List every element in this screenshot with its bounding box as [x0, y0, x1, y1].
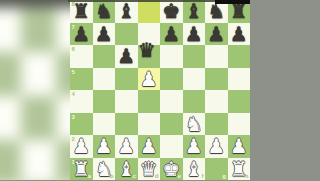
black-pawn[interactable]: ♟ [228, 23, 251, 46]
square-c4[interactable] [115, 90, 138, 113]
square-e5[interactable] [160, 68, 183, 91]
square-h5[interactable] [228, 68, 251, 91]
black-queen[interactable]: ♛ [136, 39, 159, 62]
white-pawn[interactable]: ♟ [228, 135, 251, 158]
square-f4[interactable] [183, 90, 206, 113]
black-pawn[interactable]: ♟ [205, 23, 228, 46]
square-g6[interactable] [205, 45, 228, 68]
square-b3[interactable] [93, 113, 116, 136]
square-c5[interactable] [115, 68, 138, 91]
square-f6[interactable] [183, 45, 206, 68]
black-pawn[interactable]: ♟ [115, 45, 138, 68]
rank-label-5: 5 [72, 69, 75, 75]
square-b5[interactable] [93, 68, 116, 91]
square-f5[interactable] [183, 68, 206, 91]
square-c7[interactable] [115, 23, 138, 46]
video-frame: 87654321abcdefgh ♜♞♝♚♝♞♜♟♟♟♟♟♟♟♛♟♞♟♟♟♟♟♟… [0, 0, 320, 180]
white-pawn[interactable]: ♟ [93, 135, 116, 158]
square-g5[interactable] [205, 68, 228, 91]
square-g4[interactable] [205, 90, 228, 113]
rank-label-4: 4 [72, 91, 75, 97]
black-pawn[interactable]: ♟ [70, 23, 93, 46]
square-g1[interactable]: g [205, 158, 228, 181]
square-e6[interactable] [160, 45, 183, 68]
white-pawn[interactable]: ♟ [115, 135, 138, 158]
square-b4[interactable] [93, 90, 116, 113]
square-d3[interactable] [138, 113, 161, 136]
white-pawn[interactable]: ♟ [138, 135, 161, 158]
black-pawn[interactable]: ♟ [93, 23, 116, 46]
white-rook[interactable]: ♜ [228, 158, 251, 181]
white-rook[interactable]: ♜ [70, 158, 93, 181]
white-bishop[interactable]: ♝ [183, 158, 206, 181]
square-h3[interactable] [228, 113, 251, 136]
white-bishop[interactable]: ♝ [115, 158, 138, 181]
black-rook[interactable]: ♜ [70, 0, 93, 23]
black-pawn[interactable]: ♟ [183, 23, 206, 46]
pillarbox-right-checkerboard [0, 0, 70, 180]
square-b6[interactable] [93, 45, 116, 68]
square-e3[interactable] [160, 113, 183, 136]
white-knight[interactable]: ♞ [183, 113, 206, 136]
white-knight[interactable]: ♞ [93, 158, 116, 181]
square-a4[interactable]: 4 [70, 90, 93, 113]
white-pawn[interactable]: ♟ [183, 135, 206, 158]
file-label-g: g [222, 173, 226, 179]
white-king[interactable]: ♚ [160, 158, 183, 181]
square-a6[interactable]: 6 [70, 45, 93, 68]
pillarbox-right-blur [0, 0, 70, 180]
black-bishop[interactable]: ♝ [183, 0, 206, 23]
square-e2[interactable] [160, 135, 183, 158]
square-h4[interactable] [228, 90, 251, 113]
white-pawn[interactable]: ♟ [70, 135, 93, 158]
black-knight[interactable]: ♞ [93, 0, 116, 23]
square-e4[interactable] [160, 90, 183, 113]
square-c3[interactable] [115, 113, 138, 136]
square-d8[interactable] [138, 0, 161, 23]
white-queen[interactable]: ♛ [138, 158, 161, 181]
top-edge-dark-bar [215, 0, 250, 4]
black-bishop[interactable]: ♝ [115, 0, 138, 23]
square-h6[interactable] [228, 45, 251, 68]
black-pawn[interactable]: ♟ [160, 23, 183, 46]
black-king[interactable]: ♚ [160, 0, 183, 23]
white-pawn[interactable]: ♟ [138, 68, 161, 91]
square-a3[interactable]: 3 [70, 113, 93, 136]
rank-label-3: 3 [72, 114, 75, 120]
white-pawn[interactable]: ♟ [205, 135, 228, 158]
rank-label-6: 6 [72, 46, 75, 52]
square-a5[interactable]: 5 [70, 68, 93, 91]
square-g3[interactable] [205, 113, 228, 136]
square-d4[interactable] [138, 90, 161, 113]
